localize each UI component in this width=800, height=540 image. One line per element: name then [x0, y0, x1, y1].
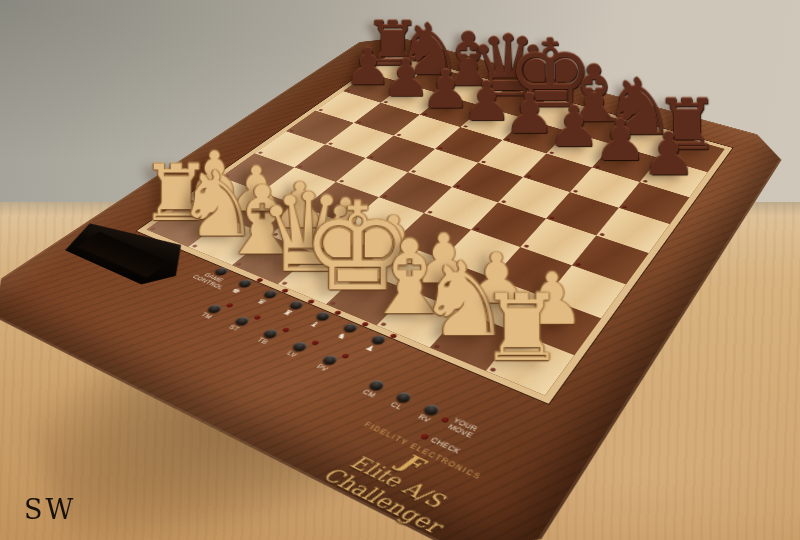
- setup-button-pawn[interactable]: ♟: [362, 334, 388, 354]
- button-label: TM: [199, 312, 214, 321]
- piece-white-rook-h1[interactable]: ♜: [442, 281, 601, 374]
- square-g5[interactable]: [546, 192, 619, 235]
- photographer-watermark: SW: [24, 494, 76, 525]
- button-cap: [394, 391, 413, 405]
- button-label: CL: [389, 401, 404, 411]
- button-cap: [367, 379, 386, 392]
